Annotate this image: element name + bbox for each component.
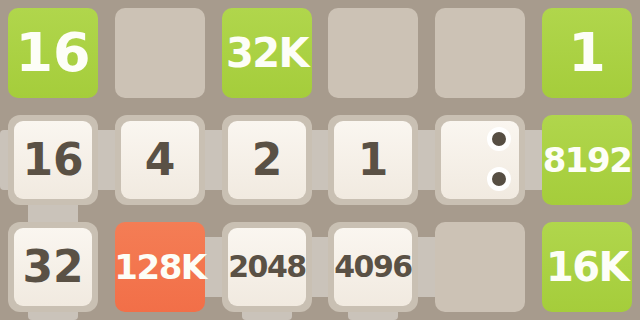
tile-value: 128K bbox=[114, 250, 205, 284]
empty-cell-r1c2 bbox=[115, 8, 205, 98]
tile-face: 2048 bbox=[228, 228, 306, 306]
tile-value: 16 bbox=[22, 138, 83, 182]
empty-cell-r1c5 bbox=[435, 8, 525, 98]
tile-2048: 2048 bbox=[222, 222, 312, 312]
tile-16: 16 bbox=[8, 8, 98, 98]
tile-value: 16K bbox=[546, 247, 628, 287]
dots-tile bbox=[435, 115, 525, 205]
tile-value: 1 bbox=[568, 26, 606, 80]
tile-16k: 16K bbox=[542, 222, 632, 312]
tile-128k: 128K bbox=[115, 222, 205, 312]
tile-face: 4096 bbox=[334, 228, 412, 306]
tile-value: 1 bbox=[358, 138, 389, 182]
empty-cell-r1c4 bbox=[328, 8, 418, 98]
tile-value: 16 bbox=[15, 26, 90, 80]
tile-16: 16 bbox=[8, 115, 98, 205]
tile-1: 1 bbox=[328, 115, 418, 205]
pip-dot-icon bbox=[487, 127, 511, 151]
tile-4: 4 bbox=[115, 115, 205, 205]
tile-face: 1 bbox=[334, 121, 412, 199]
tile-32: 32 bbox=[8, 222, 98, 312]
tile-value: 4096 bbox=[334, 252, 412, 282]
tile-value: 4 bbox=[145, 138, 176, 182]
tile-face: 16 bbox=[14, 121, 92, 199]
tile-value: 32 bbox=[22, 245, 83, 289]
tile-face: 32 bbox=[14, 228, 92, 306]
tile-face bbox=[441, 121, 519, 199]
tile-value: 2048 bbox=[228, 252, 306, 282]
empty-cell-r3c5 bbox=[435, 222, 525, 312]
tile-8192: 8192 bbox=[542, 115, 632, 205]
tile-value: 2 bbox=[252, 138, 283, 182]
game-board[interactable]: 1632K116421819232128K2048409616K bbox=[0, 0, 640, 320]
tile-value: 32K bbox=[226, 33, 308, 73]
tile-face: 2 bbox=[228, 121, 306, 199]
tile-2: 2 bbox=[222, 115, 312, 205]
tile-4096: 4096 bbox=[328, 222, 418, 312]
tile-face: 4 bbox=[121, 121, 199, 199]
pip-dot-icon bbox=[487, 167, 511, 191]
tile-1: 1 bbox=[542, 8, 632, 98]
tile-value: 8192 bbox=[543, 143, 632, 177]
tile-32k: 32K bbox=[222, 8, 312, 98]
